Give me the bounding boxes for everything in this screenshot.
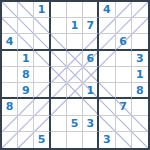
cell-r1c1[interactable] (2, 2, 18, 18)
cell-r8c4[interactable] (51, 116, 67, 132)
cell-r6c9[interactable]: 8 (132, 83, 148, 99)
cell-r4c6[interactable]: 6 (83, 51, 99, 67)
cell-r4c3[interactable] (34, 51, 50, 67)
cell-r7c8[interactable]: 7 (116, 99, 132, 115)
cell-r3c4[interactable] (51, 34, 67, 50)
cell-r7c3[interactable] (34, 99, 50, 115)
cell-r2c1[interactable] (2, 18, 18, 34)
cell-r2c7[interactable] (99, 18, 115, 34)
cell-r9c4[interactable] (51, 132, 67, 148)
cell-r6c5[interactable] (67, 83, 83, 99)
cell-r2c5[interactable]: 1 (67, 18, 83, 34)
cell-r5c4[interactable] (51, 67, 67, 83)
cell-r7c9[interactable] (132, 99, 148, 115)
cell-r9c6[interactable] (83, 132, 99, 148)
cell-r2c6[interactable]: 7 (83, 18, 99, 34)
cell-r4c9[interactable]: 3 (132, 51, 148, 67)
cell-r2c8[interactable] (116, 18, 132, 34)
cell-r7c6[interactable] (83, 99, 99, 115)
cell-r7c1[interactable]: 8 (2, 99, 18, 115)
cell-r1c6[interactable] (83, 2, 99, 18)
cell-r7c5[interactable] (67, 99, 83, 115)
cell-r5c6[interactable] (83, 67, 99, 83)
cell-r6c3[interactable] (34, 83, 50, 99)
cell-r8c5[interactable]: 5 (67, 116, 83, 132)
cell-r3c3[interactable] (34, 34, 50, 50)
cell-r2c9[interactable] (132, 18, 148, 34)
cell-r5c9[interactable]: 1 (132, 67, 148, 83)
cell-r1c7[interactable]: 4 (99, 2, 115, 18)
cell-r9c1[interactable] (2, 132, 18, 148)
cell-r3c9[interactable] (132, 34, 148, 50)
cell-r4c8[interactable] (116, 51, 132, 67)
cell-r6c7[interactable] (99, 83, 115, 99)
cell-r5c3[interactable] (34, 67, 50, 83)
cell-r4c4[interactable] (51, 51, 67, 67)
cell-r8c3[interactable] (34, 116, 50, 132)
cell-r6c6[interactable]: 1 (83, 83, 99, 99)
cell-r4c2[interactable]: 1 (18, 51, 34, 67)
cell-r3c2[interactable] (18, 34, 34, 50)
cell-r1c2[interactable] (18, 2, 34, 18)
cell-r2c2[interactable] (18, 18, 34, 34)
cell-r9c7[interactable]: 3 (99, 132, 115, 148)
cell-r9c8[interactable] (116, 132, 132, 148)
cell-r2c4[interactable] (51, 18, 67, 34)
cell-r3c6[interactable] (83, 34, 99, 50)
cell-r8c1[interactable] (2, 116, 18, 132)
cell-r5c7[interactable] (99, 67, 115, 83)
cell-r5c5[interactable] (67, 67, 83, 83)
cell-r7c7[interactable] (99, 99, 115, 115)
cell-r5c1[interactable] (2, 67, 18, 83)
cell-r8c8[interactable] (116, 116, 132, 132)
cell-r4c7[interactable] (99, 51, 115, 67)
cell-r6c4[interactable] (51, 83, 67, 99)
cell-r6c8[interactable] (116, 83, 132, 99)
cell-r9c5[interactable] (67, 132, 83, 148)
cell-r9c9[interactable] (132, 132, 148, 148)
cell-r1c8[interactable] (116, 2, 132, 18)
sudoku-grid: 14174616381918875353 (2, 2, 148, 148)
cell-r9c2[interactable] (18, 132, 34, 148)
cell-r3c1[interactable]: 4 (2, 34, 18, 50)
cell-r8c2[interactable] (18, 116, 34, 132)
cell-r1c4[interactable] (51, 2, 67, 18)
cell-r6c2[interactable]: 9 (18, 83, 34, 99)
cell-r4c5[interactable] (67, 51, 83, 67)
cell-r3c8[interactable]: 6 (116, 34, 132, 50)
cell-r4c1[interactable] (2, 51, 18, 67)
cell-r5c2[interactable]: 8 (18, 67, 34, 83)
cell-r3c5[interactable] (67, 34, 83, 50)
cell-r6c1[interactable] (2, 83, 18, 99)
cell-r7c2[interactable] (18, 99, 34, 115)
cell-r2c3[interactable] (34, 18, 50, 34)
cell-r1c5[interactable] (67, 2, 83, 18)
cell-r1c3[interactable]: 1 (34, 2, 50, 18)
cell-r8c6[interactable]: 3 (83, 116, 99, 132)
cell-r7c4[interactable] (51, 99, 67, 115)
cell-r8c7[interactable] (99, 116, 115, 132)
cell-r3c7[interactable] (99, 34, 115, 50)
cell-r5c8[interactable] (116, 67, 132, 83)
cell-r9c3[interactable]: 5 (34, 132, 50, 148)
sudoku-board: 14174616381918875353 (0, 0, 150, 150)
cell-r1c9[interactable] (132, 2, 148, 18)
cell-r8c9[interactable] (132, 116, 148, 132)
